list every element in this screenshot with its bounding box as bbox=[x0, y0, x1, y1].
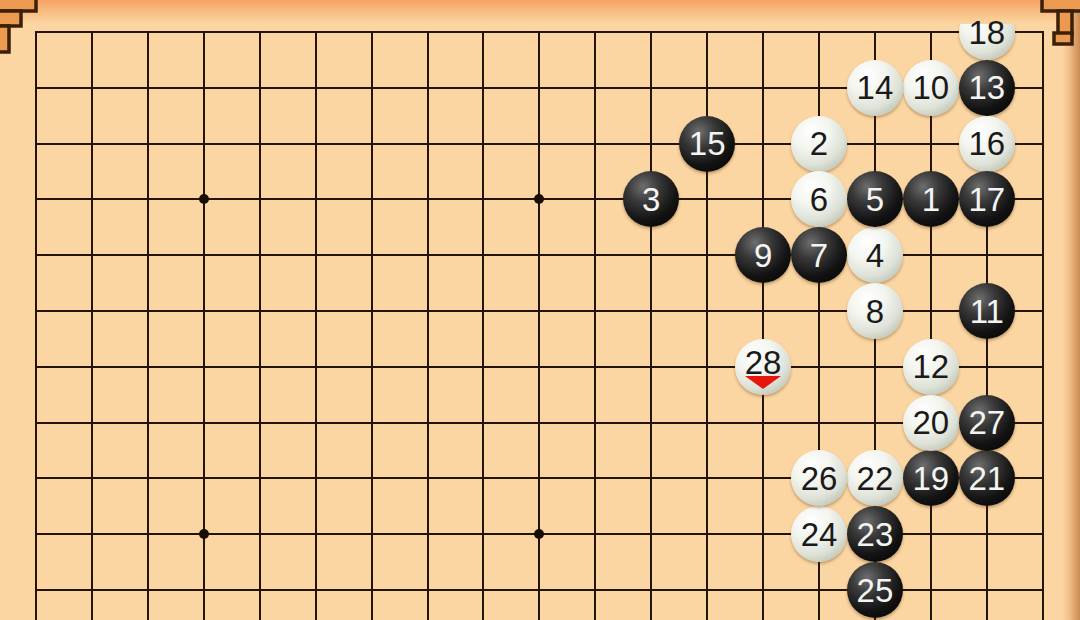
grid-line-horizontal bbox=[35, 366, 1044, 368]
star-point bbox=[199, 529, 209, 539]
stone-1: 1 bbox=[903, 171, 959, 227]
move-number: 21 bbox=[968, 462, 1005, 495]
move-number: 4 bbox=[866, 239, 884, 272]
stone-27: 27 bbox=[959, 395, 1015, 451]
move-number: 26 bbox=[801, 462, 838, 495]
stone-25: 25 bbox=[847, 562, 903, 618]
move-number: 7 bbox=[810, 239, 828, 272]
stone-5: 5 bbox=[847, 171, 903, 227]
move-number: 22 bbox=[857, 462, 894, 495]
grid-line-vertical bbox=[91, 31, 93, 620]
stone-17: 17 bbox=[959, 171, 1015, 227]
move-number: 24 bbox=[801, 518, 838, 551]
stone-18: 18 bbox=[959, 4, 1015, 60]
stone-19: 19 bbox=[903, 450, 959, 506]
stone-4: 4 bbox=[847, 227, 903, 283]
move-number: 15 bbox=[689, 127, 726, 160]
stone-14: 14 bbox=[847, 60, 903, 116]
grid-line-horizontal bbox=[35, 143, 1044, 145]
stone-6: 6 bbox=[791, 171, 847, 227]
move-number: 13 bbox=[968, 71, 1005, 104]
move-number: 11 bbox=[970, 295, 1004, 328]
move-number: 1 bbox=[922, 183, 940, 216]
grid-line-vertical bbox=[315, 31, 317, 620]
go-app-screen: 1234567891011121314151617181920212223242… bbox=[0, 0, 1080, 620]
move-number: 20 bbox=[913, 406, 950, 439]
move-number: 10 bbox=[913, 71, 950, 104]
stone-20: 20 bbox=[903, 395, 959, 451]
stone-10: 10 bbox=[903, 60, 959, 116]
grid-line-vertical bbox=[482, 31, 484, 620]
move-number: 2 bbox=[810, 127, 828, 160]
move-number: 3 bbox=[642, 183, 660, 216]
move-number: 9 bbox=[754, 239, 772, 272]
move-number: 14 bbox=[857, 71, 894, 104]
move-number: 12 bbox=[913, 350, 950, 383]
stone-16: 16 bbox=[959, 116, 1015, 172]
stone-8: 8 bbox=[847, 283, 903, 339]
stone-9: 9 bbox=[735, 227, 791, 283]
star-point bbox=[534, 194, 544, 204]
stone-22: 22 bbox=[847, 450, 903, 506]
grid-line-vertical bbox=[594, 31, 596, 620]
grid-line-vertical bbox=[427, 31, 429, 620]
stone-24: 24 bbox=[791, 506, 847, 562]
grid-line-vertical bbox=[259, 31, 261, 620]
stone-26: 26 bbox=[791, 450, 847, 506]
go-board[interactable]: 1234567891011121314151617181920212223242… bbox=[0, 0, 1080, 620]
move-number: 27 bbox=[968, 406, 1005, 439]
stone-12: 12 bbox=[903, 339, 959, 395]
grid-line-vertical bbox=[371, 31, 373, 620]
move-number: 23 bbox=[857, 518, 894, 551]
move-number: 17 bbox=[968, 183, 1005, 216]
star-point bbox=[534, 529, 544, 539]
move-number: 28 bbox=[745, 346, 782, 379]
grid-line-vertical bbox=[1042, 31, 1044, 620]
stone-7: 7 bbox=[791, 227, 847, 283]
move-number: 18 bbox=[968, 16, 1005, 49]
move-number: 25 bbox=[857, 574, 894, 607]
grid-line-vertical bbox=[35, 31, 37, 620]
stone-2: 2 bbox=[791, 116, 847, 172]
stone-13: 13 bbox=[959, 60, 1015, 116]
star-point bbox=[199, 194, 209, 204]
move-number: 19 bbox=[913, 462, 950, 495]
grid-line-horizontal bbox=[35, 422, 1044, 424]
move-number: 5 bbox=[866, 183, 884, 216]
stone-23: 23 bbox=[847, 506, 903, 562]
grid-line-vertical bbox=[147, 31, 149, 620]
grid-line-vertical bbox=[650, 31, 652, 620]
stone-15: 15 bbox=[679, 116, 735, 172]
move-number: 16 bbox=[968, 127, 1005, 160]
grid-line-horizontal bbox=[35, 31, 1044, 33]
stone-21: 21 bbox=[959, 450, 1015, 506]
grid-line-vertical bbox=[930, 31, 932, 620]
grid-line-vertical bbox=[762, 31, 764, 620]
stone-3: 3 bbox=[623, 171, 679, 227]
stone-11: 11 bbox=[959, 283, 1015, 339]
stone-28: 28 bbox=[735, 339, 791, 395]
move-number: 8 bbox=[866, 295, 884, 328]
move-number: 6 bbox=[810, 183, 828, 216]
